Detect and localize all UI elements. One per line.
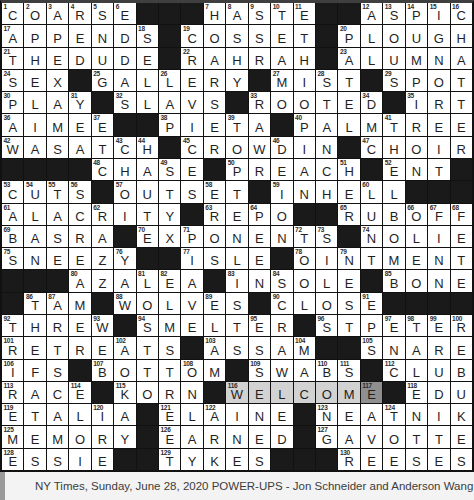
grid-cell[interactable]: I <box>428 137 449 158</box>
grid-cell[interactable]: E <box>92 337 113 358</box>
grid-cell[interactable]: H <box>316 181 337 202</box>
grid-cell[interactable]: E <box>451 270 472 291</box>
grid-cell[interactable]: S <box>47 137 68 158</box>
grid-cell[interactable]: E <box>249 382 270 403</box>
grid-cell[interactable]: P <box>361 315 382 336</box>
grid-cell[interactable]: H <box>24 315 45 336</box>
grid-cell[interactable]: D <box>69 48 90 69</box>
grid-cell[interactable]: L <box>204 315 225 336</box>
grid-cell[interactable]: B <box>451 360 472 381</box>
grid-cell[interactable]: A <box>114 270 135 291</box>
grid-cell[interactable]: T <box>338 315 359 336</box>
grid-cell[interactable]: 115K <box>114 382 135 403</box>
grid-cell[interactable]: 113R <box>2 382 23 403</box>
grid-cell[interactable]: 13S <box>383 3 404 24</box>
grid-cell[interactable]: E <box>451 226 472 247</box>
grid-cell[interactable]: 66O <box>406 204 427 225</box>
grid-cell[interactable]: E <box>24 70 45 91</box>
grid-cell[interactable]: T <box>137 337 158 358</box>
grid-cell[interactable]: I <box>316 248 337 269</box>
grid-cell[interactable]: E <box>249 426 270 447</box>
grid-cell[interactable]: 83I <box>226 270 247 291</box>
grid-cell[interactable]: 119E <box>2 404 23 425</box>
grid-cell[interactable]: 37E <box>92 114 113 135</box>
grid-cell[interactable]: L <box>361 25 382 46</box>
grid-cell[interactable]: 88W <box>114 293 135 314</box>
grid-cell[interactable]: L <box>316 270 337 291</box>
grid-cell[interactable]: O <box>428 70 449 91</box>
grid-cell[interactable]: O <box>406 137 427 158</box>
grid-cell[interactable]: 63R <box>204 204 225 225</box>
grid-cell[interactable]: E <box>451 337 472 358</box>
grid-cell[interactable]: A <box>451 48 472 69</box>
grid-cell[interactable]: L <box>271 382 292 403</box>
grid-cell[interactable]: R <box>159 382 180 403</box>
grid-cell[interactable]: Y <box>114 426 135 447</box>
grid-cell[interactable]: 8A <box>226 3 247 24</box>
grid-cell[interactable]: A <box>294 360 315 381</box>
grid-cell[interactable]: 112C <box>383 360 404 381</box>
grid-cell[interactable]: 122A <box>204 404 225 425</box>
grid-cell[interactable]: 72T <box>294 226 315 247</box>
grid-cell[interactable]: N <box>383 337 404 358</box>
grid-cell[interactable]: 90C <box>271 293 292 314</box>
grid-cell[interactable]: A <box>24 137 45 158</box>
grid-cell[interactable]: S <box>24 449 45 470</box>
grid-cell[interactable]: 69B <box>2 226 23 247</box>
grid-cell[interactable]: E <box>338 270 359 291</box>
grid-cell[interactable]: 17A <box>2 25 23 46</box>
grid-cell[interactable]: I <box>428 404 449 425</box>
grid-cell[interactable]: D <box>271 426 292 447</box>
grid-cell[interactable]: 46D <box>271 137 292 158</box>
grid-cell[interactable]: 10T <box>271 3 292 24</box>
grid-cell[interactable]: N <box>406 159 427 180</box>
grid-cell[interactable]: E <box>249 226 270 247</box>
grid-cell[interactable]: 124T <box>383 404 404 425</box>
grid-cell[interactable]: R <box>47 315 68 336</box>
grid-cell[interactable]: R <box>271 315 292 336</box>
grid-cell[interactable]: I <box>428 226 449 247</box>
grid-cell[interactable]: N <box>316 137 337 158</box>
grid-cell[interactable]: E <box>451 114 472 135</box>
grid-cell[interactable]: I <box>226 404 247 425</box>
grid-cell[interactable]: X <box>47 70 68 91</box>
grid-cell[interactable]: O <box>383 426 404 447</box>
grid-cell[interactable]: E <box>271 25 292 46</box>
grid-cell[interactable]: N <box>226 226 247 247</box>
grid-cell[interactable]: 75S <box>2 248 23 269</box>
grid-cell[interactable]: 95E <box>249 315 270 336</box>
grid-cell[interactable]: R <box>451 137 472 158</box>
grid-cell[interactable]: U <box>92 48 113 69</box>
grid-cell[interactable]: U <box>137 181 158 202</box>
grid-cell[interactable]: 2O <box>24 3 45 24</box>
grid-cell[interactable]: 121E <box>159 404 180 425</box>
grid-cell[interactable]: F <box>24 360 45 381</box>
grid-cell[interactable]: C <box>69 204 90 225</box>
grid-cell[interactable]: A <box>137 159 158 180</box>
grid-cell[interactable]: 53C <box>2 181 23 202</box>
grid-cell[interactable]: N <box>24 248 45 269</box>
grid-cell[interactable]: A <box>24 382 45 403</box>
grid-cell[interactable]: S <box>226 293 247 314</box>
grid-cell[interactable]: X <box>159 226 180 247</box>
grid-cell[interactable]: E <box>226 204 247 225</box>
grid-cell[interactable]: 24S <box>2 70 23 91</box>
grid-cell[interactable]: M <box>383 248 404 269</box>
grid-cell[interactable]: S <box>181 181 202 202</box>
grid-cell[interactable]: 117E <box>361 382 382 403</box>
grid-cell[interactable]: 59I <box>271 181 292 202</box>
grid-cell[interactable]: I <box>294 137 315 158</box>
grid-cell[interactable]: O <box>383 25 404 46</box>
grid-cell[interactable]: I <box>24 114 45 135</box>
grid-cell[interactable]: 91E <box>361 293 382 314</box>
grid-cell[interactable]: N <box>249 270 270 291</box>
grid-cell[interactable]: 84S <box>271 270 292 291</box>
grid-cell[interactable]: N <box>271 226 292 247</box>
grid-cell[interactable]: 15I <box>428 3 449 24</box>
grid-cell[interactable]: R <box>69 337 90 358</box>
grid-cell[interactable]: 7H <box>204 3 225 24</box>
grid-cell[interactable]: 33R <box>249 92 270 113</box>
grid-cell[interactable]: 101R <box>2 337 23 358</box>
grid-cell[interactable]: L <box>24 92 45 113</box>
grid-cell[interactable]: S <box>47 449 68 470</box>
grid-cell[interactable]: D <box>428 382 449 403</box>
grid-cell[interactable]: A <box>204 48 225 69</box>
grid-cell[interactable]: Y <box>181 449 202 470</box>
grid-cell[interactable]: W <box>271 360 292 381</box>
grid-cell[interactable]: T <box>137 204 158 225</box>
grid-cell[interactable]: 71P <box>181 226 202 247</box>
grid-cell[interactable]: O <box>204 25 225 46</box>
grid-cell[interactable]: L <box>338 114 359 135</box>
grid-cell[interactable]: Y <box>226 70 247 91</box>
grid-cell[interactable]: C <box>316 159 337 180</box>
grid-cell[interactable]: V <box>361 426 382 447</box>
grid-cell[interactable]: T <box>451 248 472 269</box>
grid-cell[interactable]: L <box>137 70 158 91</box>
grid-cell[interactable]: H <box>114 159 135 180</box>
grid-cell[interactable]: A <box>181 270 202 291</box>
grid-cell[interactable]: 77I <box>181 248 202 269</box>
grid-cell[interactable]: E <box>451 426 472 447</box>
grid-cell[interactable]: B <box>383 204 404 225</box>
grid-cell[interactable]: 125M <box>2 426 23 447</box>
grid-cell[interactable]: C <box>294 382 315 403</box>
grid-cell[interactable]: 78O <box>294 248 315 269</box>
grid-cell[interactable]: D <box>114 25 135 46</box>
grid-cell[interactable]: 74N <box>361 226 382 247</box>
grid-cell[interactable]: 68F <box>451 204 472 225</box>
grid-cell[interactable]: 56S <box>69 181 90 202</box>
grid-cell[interactable]: S <box>159 337 180 358</box>
grid-cell[interactable]: N <box>92 25 113 46</box>
grid-cell[interactable]: 34D <box>361 92 382 113</box>
grid-cell[interactable]: V <box>181 92 202 113</box>
grid-cell[interactable]: T <box>92 137 113 158</box>
grid-cell[interactable]: 98T <box>406 315 427 336</box>
grid-cell[interactable]: T <box>428 426 449 447</box>
grid-cell[interactable]: 32S <box>114 92 135 113</box>
grid-cell[interactable]: A <box>271 337 292 358</box>
grid-cell[interactable]: E <box>181 315 202 336</box>
grid-cell[interactable]: E <box>271 159 292 180</box>
grid-cell[interactable]: T <box>316 92 337 113</box>
grid-cell[interactable]: E <box>137 48 158 69</box>
grid-cell[interactable]: U <box>428 360 449 381</box>
grid-cell[interactable]: E <box>181 159 202 180</box>
grid-cell[interactable]: O <box>204 226 225 247</box>
grid-cell[interactable]: R <box>249 48 270 69</box>
grid-cell[interactable]: 57O <box>114 181 135 202</box>
grid-cell[interactable]: O <box>69 426 90 447</box>
grid-cell[interactable]: R <box>204 137 225 158</box>
grid-cell[interactable]: 127G <box>316 426 337 447</box>
grid-cell[interactable]: A <box>24 226 45 247</box>
grid-cell[interactable]: L <box>137 92 158 113</box>
grid-cell[interactable]: S <box>204 92 225 113</box>
grid-cell[interactable]: N <box>406 404 427 425</box>
grid-cell[interactable]: 41T <box>383 114 404 135</box>
grid-cell[interactable]: A <box>47 404 68 425</box>
grid-cell[interactable]: 21T <box>2 48 23 69</box>
grid-cell[interactable]: I <box>114 204 135 225</box>
grid-cell[interactable]: A <box>294 159 315 180</box>
grid-cell[interactable]: 123N <box>316 404 337 425</box>
grid-cell[interactable]: 89E <box>204 293 225 314</box>
grid-cell[interactable]: L <box>24 204 45 225</box>
grid-cell[interactable]: R <box>204 70 225 91</box>
grid-cell[interactable]: 9S <box>249 3 270 24</box>
grid-cell[interactable]: E <box>226 449 247 470</box>
grid-cell[interactable]: 104M <box>294 337 315 358</box>
grid-cell[interactable]: 110B <box>316 360 337 381</box>
grid-cell[interactable]: 73S <box>316 226 337 247</box>
grid-cell[interactable]: A <box>47 92 68 113</box>
grid-cell[interactable]: E <box>249 248 270 269</box>
grid-cell[interactable]: C <box>47 382 68 403</box>
grid-cell[interactable]: 107B <box>92 360 113 381</box>
grid-cell[interactable]: L <box>406 226 427 247</box>
grid-cell[interactable]: T <box>294 25 315 46</box>
grid-cell[interactable]: 54U <box>24 181 45 202</box>
grid-cell[interactable]: O <box>316 382 337 403</box>
grid-cell[interactable]: S <box>47 226 68 247</box>
grid-cell[interactable]: 44H <box>137 137 158 158</box>
grid-cell[interactable]: 65R <box>338 204 359 225</box>
grid-cell[interactable]: 85B <box>383 270 404 291</box>
grid-cell[interactable]: O <box>271 92 292 113</box>
grid-cell[interactable]: 87A <box>47 293 68 314</box>
grid-cell[interactable]: 109S <box>249 360 270 381</box>
grid-cell[interactable]: A <box>159 92 180 113</box>
grid-cell[interactable]: 94S <box>137 315 158 336</box>
grid-cell[interactable]: A <box>47 204 68 225</box>
grid-cell[interactable]: O <box>383 226 404 247</box>
grid-cell[interactable]: M <box>159 315 180 336</box>
grid-cell[interactable]: 130R <box>338 449 359 470</box>
grid-cell[interactable]: 45C <box>181 137 202 158</box>
grid-cell[interactable]: 1C <box>2 3 23 24</box>
grid-cell[interactable]: G <box>428 25 449 46</box>
grid-cell[interactable]: 106I <box>2 360 23 381</box>
grid-cell[interactable]: O <box>316 293 337 314</box>
grid-cell[interactable]: E <box>181 70 202 91</box>
grid-cell[interactable]: 103A <box>204 337 225 358</box>
grid-cell[interactable]: H <box>383 137 404 158</box>
grid-cell[interactable]: A <box>406 337 427 358</box>
grid-cell[interactable]: T <box>226 181 247 202</box>
grid-cell[interactable]: 52E <box>383 159 404 180</box>
grid-cell[interactable]: 102A <box>114 337 135 358</box>
grid-cell[interactable]: E <box>428 114 449 135</box>
grid-cell[interactable]: 36A <box>2 114 23 135</box>
grid-cell[interactable]: E <box>271 404 292 425</box>
grid-cell[interactable]: E <box>406 248 427 269</box>
grid-cell[interactable]: M <box>361 114 382 135</box>
grid-cell[interactable]: N <box>249 404 270 425</box>
grid-cell[interactable]: L <box>181 404 202 425</box>
grid-cell[interactable]: H <box>24 48 45 69</box>
grid-cell[interactable]: 29S <box>383 70 404 91</box>
grid-cell[interactable]: 62R <box>92 204 113 225</box>
grid-cell[interactable]: 49S <box>159 159 180 180</box>
grid-cell[interactable]: 58E <box>204 181 225 202</box>
grid-cell[interactable]: 128E <box>2 449 23 470</box>
grid-cell[interactable]: M <box>338 382 359 403</box>
grid-cell[interactable]: T <box>47 337 68 358</box>
grid-cell[interactable]: 61A <box>2 204 23 225</box>
grid-cell[interactable]: 19C <box>181 25 202 46</box>
grid-cell[interactable]: L <box>69 404 90 425</box>
grid-cell[interactable]: 55T <box>47 181 68 202</box>
grid-cell[interactable]: 108O <box>181 360 202 381</box>
grid-cell[interactable]: L <box>383 181 404 202</box>
grid-cell[interactable]: 86T <box>24 293 45 314</box>
grid-cell[interactable]: N <box>294 181 315 202</box>
grid-cell[interactable]: E <box>69 248 90 269</box>
grid-cell[interactable]: 67F <box>428 204 449 225</box>
grid-cell[interactable]: 64P <box>249 204 270 225</box>
grid-cell[interactable]: 93W <box>92 315 113 336</box>
grid-cell[interactable]: R <box>428 92 449 113</box>
grid-cell[interactable]: Y <box>159 204 180 225</box>
grid-cell[interactable]: P <box>24 25 45 46</box>
grid-cell[interactable]: M <box>204 360 225 381</box>
grid-cell[interactable]: N <box>181 382 202 403</box>
grid-cell[interactable]: T <box>24 404 45 425</box>
grid-cell[interactable]: 82E <box>159 270 180 291</box>
grid-cell[interactable]: L <box>159 293 180 314</box>
grid-cell[interactable]: O <box>271 204 292 225</box>
grid-cell[interactable]: O <box>406 270 427 291</box>
grid-cell[interactable]: T <box>159 360 180 381</box>
grid-cell[interactable]: D <box>114 48 135 69</box>
grid-cell[interactable]: R <box>249 159 270 180</box>
grid-cell[interactable]: M <box>69 293 90 314</box>
grid-cell[interactable]: A <box>181 426 202 447</box>
grid-cell[interactable]: A <box>338 426 359 447</box>
grid-cell[interactable]: 114E <box>69 382 90 403</box>
grid-cell[interactable]: 42W <box>2 137 23 158</box>
grid-cell[interactable]: 20P <box>338 25 359 46</box>
grid-cell[interactable]: 79N <box>338 248 359 269</box>
grid-cell[interactable]: U <box>361 204 382 225</box>
grid-cell[interactable]: Z <box>92 270 113 291</box>
grid-cell[interactable]: O <box>226 137 247 158</box>
grid-cell[interactable]: E <box>47 48 68 69</box>
grid-cell[interactable]: 22R <box>181 48 202 69</box>
grid-cell[interactable]: S <box>226 337 247 358</box>
grid-cell[interactable]: S <box>204 248 225 269</box>
grid-cell[interactable]: A <box>271 48 292 69</box>
grid-cell[interactable]: 111S <box>338 360 359 381</box>
grid-cell[interactable]: T <box>451 70 472 91</box>
grid-cell[interactable]: K <box>204 449 225 470</box>
grid-cell[interactable]: E <box>47 248 68 269</box>
grid-cell[interactable]: N <box>226 426 247 447</box>
grid-cell[interactable]: 48C <box>92 159 113 180</box>
grid-cell[interactable]: M <box>47 426 68 447</box>
grid-cell[interactable]: E <box>383 449 404 470</box>
grid-cell[interactable]: 11E <box>294 3 315 24</box>
grid-cell[interactable]: E <box>69 114 90 135</box>
grid-cell[interactable]: 50P <box>226 159 247 180</box>
grid-cell[interactable]: 116W <box>226 382 247 403</box>
grid-cell[interactable]: T <box>226 315 247 336</box>
grid-cell[interactable]: 43C <box>114 137 135 158</box>
grid-cell[interactable]: I <box>294 70 315 91</box>
grid-cell[interactable]: 14P <box>406 3 427 24</box>
grid-cell[interactable]: 97E <box>383 315 404 336</box>
grid-cell[interactable]: S <box>249 337 270 358</box>
grid-cell[interactable]: A <box>114 70 135 91</box>
grid-cell[interactable]: S <box>47 360 68 381</box>
grid-cell[interactable]: 40P <box>294 114 315 135</box>
grid-cell[interactable]: S <box>451 449 472 470</box>
grid-cell[interactable]: 18S <box>137 25 158 46</box>
grid-cell[interactable]: E <box>428 449 449 470</box>
grid-cell[interactable]: W <box>249 137 270 158</box>
grid-cell[interactable]: K <box>451 404 472 425</box>
grid-cell[interactable]: T <box>406 426 427 447</box>
grid-cell[interactable]: 80A <box>69 270 90 291</box>
grid-cell[interactable]: 105S <box>361 337 382 358</box>
grid-cell[interactable]: 6E <box>114 3 135 24</box>
grid-cell[interactable]: 92T <box>2 315 23 336</box>
grid-cell[interactable]: 39T <box>226 114 247 135</box>
grid-cell[interactable]: 31Y <box>69 92 90 113</box>
grid-cell[interactable]: L <box>361 48 382 69</box>
grid-cell[interactable]: S <box>406 449 427 470</box>
grid-cell[interactable]: 96S <box>316 315 337 336</box>
grid-cell[interactable]: 38P <box>159 114 180 135</box>
grid-cell[interactable]: E <box>92 449 113 470</box>
grid-cell[interactable]: E <box>361 449 382 470</box>
grid-cell[interactable]: L <box>294 293 315 314</box>
grid-cell[interactable]: T <box>338 70 359 91</box>
grid-cell[interactable]: E <box>69 25 90 46</box>
grid-cell[interactable]: 3A <box>47 3 68 24</box>
grid-cell[interactable]: A <box>249 114 270 135</box>
grid-cell[interactable]: 51H <box>338 159 359 180</box>
grid-cell[interactable]: H <box>226 48 247 69</box>
grid-cell[interactable]: 30P <box>2 92 23 113</box>
grid-cell[interactable]: 126E <box>159 426 180 447</box>
